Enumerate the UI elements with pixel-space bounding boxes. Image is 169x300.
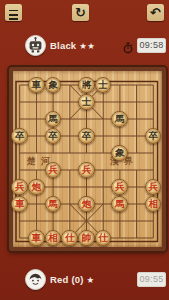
piece-red-soldier[interactable]: 兵 xyxy=(45,162,62,179)
red-player-name: Red (0)★ xyxy=(50,269,94,290)
piece-black-soldier[interactable]: 卒 xyxy=(45,128,62,145)
black-player-bar: Black★★ 09:58 xyxy=(0,35,169,57)
menu-button[interactable] xyxy=(5,4,22,21)
undo-button[interactable]: ↶ xyxy=(147,4,164,21)
black-robot-avatar xyxy=(25,35,46,56)
piece-red-cannon[interactable]: 炮 xyxy=(28,179,45,196)
robot-icon xyxy=(26,36,45,55)
piece-black-chariot[interactable]: 車 xyxy=(28,77,45,94)
piece-black-advisor[interactable]: 士 xyxy=(95,77,112,94)
hamburger-icon xyxy=(5,10,22,20)
person-icon xyxy=(26,270,45,289)
black-clock: 09:58 xyxy=(137,38,166,53)
piece-black-advisor[interactable]: 士 xyxy=(78,94,95,111)
piece-red-cannon[interactable]: 炮 xyxy=(78,196,95,213)
piece-black-soldier[interactable]: 卒 xyxy=(78,128,95,145)
piece-black-soldier[interactable]: 卒 xyxy=(11,128,28,145)
piece-red-soldier[interactable]: 兵 xyxy=(11,179,28,196)
piece-red-horse[interactable]: 馬 xyxy=(111,196,128,213)
red-player-bar: Red (0)★ 09:55 xyxy=(0,269,169,291)
xiangqi-app: ↻ ↶ Black★★ xyxy=(0,0,169,300)
piece-red-general[interactable]: 帥 xyxy=(78,230,95,247)
piece-red-chariot[interactable]: 車 xyxy=(11,196,28,213)
red-human-avatar xyxy=(25,269,46,290)
piece-black-elephant[interactable]: 象 xyxy=(111,145,128,162)
piece-black-general[interactable]: 將 xyxy=(78,77,95,94)
undo-icon: ↶ xyxy=(150,5,161,20)
piece-red-soldier[interactable]: 兵 xyxy=(111,179,128,196)
piece-red-chariot[interactable]: 車 xyxy=(28,230,45,247)
black-player-name: Black★★ xyxy=(50,35,95,56)
piece-black-soldier[interactable]: 卒 xyxy=(145,128,162,145)
piece-red-advisor[interactable]: 仕 xyxy=(61,230,78,247)
restart-button[interactable]: ↻ xyxy=(72,4,89,21)
black-difficulty-stars: ★★ xyxy=(79,41,95,51)
red-difficulty-stars: ★ xyxy=(87,275,95,285)
xiangqi-board[interactable]: 楚河 漢界 車象將士士馬馬卒卒卒卒象兵兵兵炮兵兵車馬炮馬相車相仕帥仕 xyxy=(9,67,166,251)
piece-black-horse[interactable]: 馬 xyxy=(111,111,128,128)
piece-black-elephant[interactable]: 象 xyxy=(45,77,62,94)
red-clock: 09:55 xyxy=(137,272,166,287)
piece-red-elephant[interactable]: 相 xyxy=(145,196,162,213)
piece-red-horse[interactable]: 馬 xyxy=(45,196,62,213)
piece-red-elephant[interactable]: 相 xyxy=(45,230,62,247)
piece-black-horse[interactable]: 馬 xyxy=(45,111,62,128)
piece-red-soldier[interactable]: 兵 xyxy=(78,162,95,179)
piece-red-advisor[interactable]: 仕 xyxy=(95,230,112,247)
piece-layer: 車象將士士馬馬卒卒卒卒象兵兵兵炮兵兵車馬炮馬相車相仕帥仕 xyxy=(11,77,161,247)
restart-icon: ↻ xyxy=(75,5,86,20)
piece-red-soldier[interactable]: 兵 xyxy=(145,179,162,196)
stopwatch-icon xyxy=(123,40,133,58)
